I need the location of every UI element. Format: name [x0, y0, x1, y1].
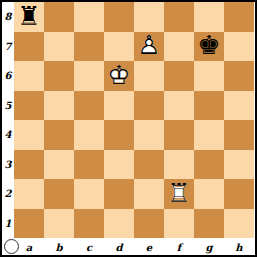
file-label-e: e	[134, 238, 164, 255]
square-b5[interactable]	[44, 91, 74, 121]
pawn-glyph-outline: ♙	[137, 33, 160, 59]
rank-label-4: 4	[2, 120, 14, 150]
diagram-layout: 87654321 ♜♟♙♚♚♔♜♖ abcdefgh	[2, 2, 255, 255]
square-e6[interactable]	[134, 61, 164, 91]
square-b1[interactable]	[44, 209, 74, 239]
square-c2[interactable]	[74, 179, 104, 209]
square-e7[interactable]: ♟♙	[134, 32, 164, 62]
rank-label-5: 5	[2, 91, 14, 121]
square-f5[interactable]	[164, 91, 194, 121]
square-c7[interactable]	[74, 32, 104, 62]
rank-label-1: 1	[2, 209, 14, 239]
king-glyph-outline: ♔	[107, 62, 130, 88]
square-d7[interactable]	[104, 32, 134, 62]
square-c8[interactable]	[74, 2, 104, 32]
file-label-h: h	[224, 238, 254, 255]
square-f3[interactable]	[164, 150, 194, 180]
file-label-c: c	[74, 238, 104, 255]
square-a2[interactable]	[14, 179, 44, 209]
chess-diagram: 87654321 ♜♟♙♚♚♔♜♖ abcdefgh	[0, 0, 257, 257]
square-g6[interactable]	[194, 61, 224, 91]
square-g4[interactable]	[194, 120, 224, 150]
rank-labels: 87654321	[2, 2, 14, 238]
square-b3[interactable]	[44, 150, 74, 180]
square-a5[interactable]	[14, 91, 44, 121]
chess-board: ♜♟♙♚♚♔♜♖	[14, 2, 254, 238]
bottom-strip: abcdefgh	[2, 238, 254, 255]
square-f7[interactable]	[164, 32, 194, 62]
square-f8[interactable]	[164, 2, 194, 32]
piece-white-rook[interactable]: ♜♖	[164, 179, 194, 209]
square-h6[interactable]	[224, 61, 254, 91]
rank-label-7: 7	[2, 32, 14, 62]
square-b2[interactable]	[44, 179, 74, 209]
square-h4[interactable]	[224, 120, 254, 150]
square-c3[interactable]	[74, 150, 104, 180]
king-glyph: ♚	[197, 33, 220, 59]
rook-glyph: ♜	[17, 3, 40, 29]
file-labels: abcdefgh	[14, 238, 254, 255]
rank-label-6: 6	[2, 61, 14, 91]
file-label-f: f	[164, 238, 194, 255]
square-e1[interactable]	[134, 209, 164, 239]
square-d5[interactable]	[104, 91, 134, 121]
square-b8[interactable]	[44, 2, 74, 32]
square-b6[interactable]	[44, 61, 74, 91]
square-h5[interactable]	[224, 91, 254, 121]
square-b7[interactable]	[44, 32, 74, 62]
square-d3[interactable]	[104, 150, 134, 180]
square-e2[interactable]	[134, 179, 164, 209]
file-label-g: g	[194, 238, 224, 255]
square-h8[interactable]	[224, 2, 254, 32]
square-a3[interactable]	[14, 150, 44, 180]
square-e4[interactable]	[134, 120, 164, 150]
rank-label-8: 8	[2, 2, 14, 32]
square-c6[interactable]	[74, 61, 104, 91]
square-d1[interactable]	[104, 209, 134, 239]
square-g3[interactable]	[194, 150, 224, 180]
square-a7[interactable]	[14, 32, 44, 62]
piece-black-rook[interactable]: ♜	[14, 2, 44, 32]
square-e5[interactable]	[134, 91, 164, 121]
square-f1[interactable]	[164, 209, 194, 239]
square-g1[interactable]	[194, 209, 224, 239]
square-c1[interactable]	[74, 209, 104, 239]
square-g5[interactable]	[194, 91, 224, 121]
piece-black-king[interactable]: ♚	[194, 32, 224, 62]
square-h3[interactable]	[224, 150, 254, 180]
square-a4[interactable]	[14, 120, 44, 150]
square-f6[interactable]	[164, 61, 194, 91]
square-a8[interactable]: ♜	[14, 2, 44, 32]
square-h1[interactable]	[224, 209, 254, 239]
square-f2[interactable]: ♜♖	[164, 179, 194, 209]
piece-white-king[interactable]: ♚♔	[104, 61, 134, 91]
square-h2[interactable]	[224, 179, 254, 209]
square-c4[interactable]	[74, 120, 104, 150]
square-g7[interactable]: ♚	[194, 32, 224, 62]
square-h7[interactable]	[224, 32, 254, 62]
square-d2[interactable]	[104, 179, 134, 209]
file-label-d: d	[104, 238, 134, 255]
square-g2[interactable]	[194, 179, 224, 209]
rank-label-2: 2	[2, 179, 14, 209]
square-a1[interactable]	[14, 209, 44, 239]
file-label-b: b	[44, 238, 74, 255]
square-d4[interactable]	[104, 120, 134, 150]
rook-glyph-outline: ♖	[167, 180, 190, 206]
square-c5[interactable]	[74, 91, 104, 121]
square-f4[interactable]	[164, 120, 194, 150]
square-a6[interactable]	[14, 61, 44, 91]
piece-white-pawn[interactable]: ♟♙	[134, 32, 164, 62]
file-label-a: a	[14, 238, 44, 255]
rank-label-3: 3	[2, 150, 14, 180]
square-d6[interactable]: ♚♔	[104, 61, 134, 91]
square-g8[interactable]	[194, 2, 224, 32]
square-e8[interactable]	[134, 2, 164, 32]
square-b4[interactable]	[44, 120, 74, 150]
square-d8[interactable]	[104, 2, 134, 32]
square-e3[interactable]	[134, 150, 164, 180]
